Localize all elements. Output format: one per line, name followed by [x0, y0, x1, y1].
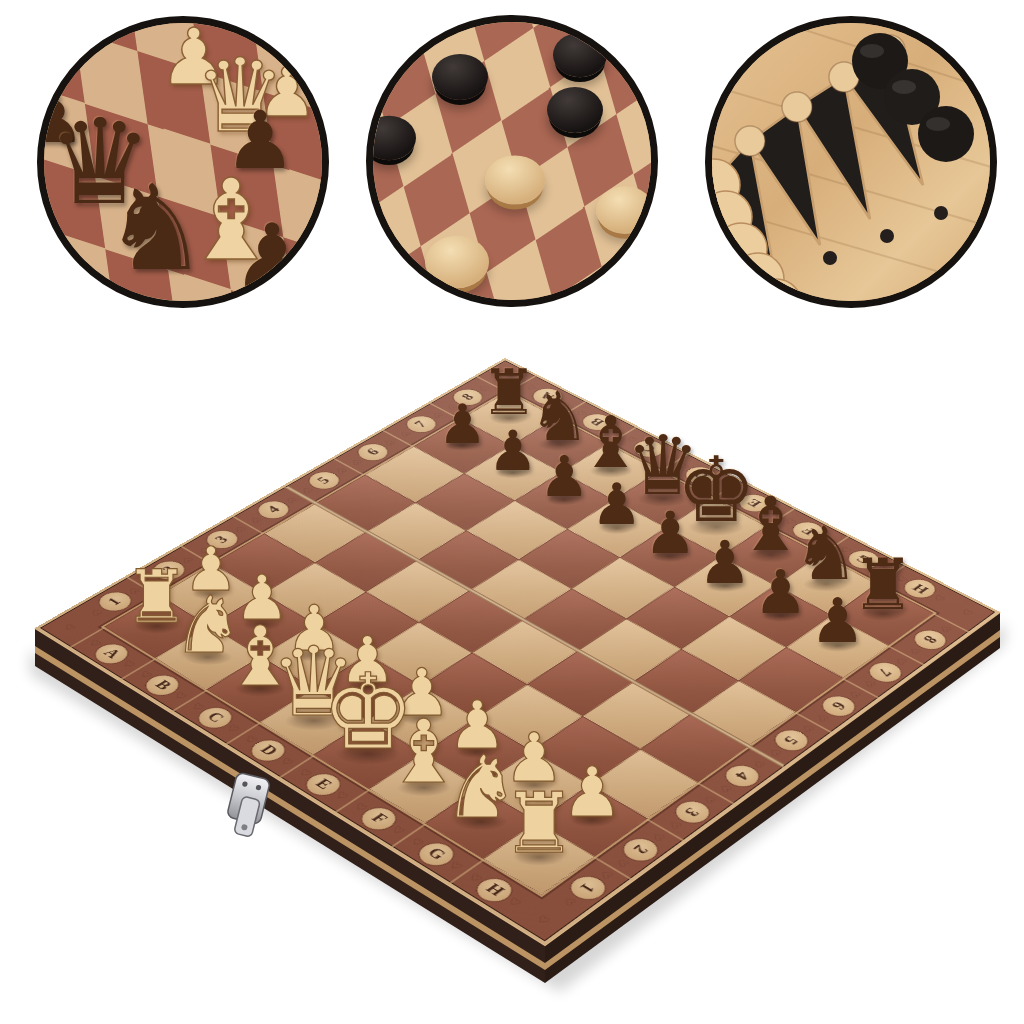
heart-motif: ♡: [87, 607, 104, 617]
heart-motif: ♡: [560, 895, 579, 907]
heart-motif: ♡: [931, 593, 947, 603]
heart-motif: ♡: [959, 608, 975, 618]
heart-motif: ♡: [120, 659, 137, 670]
heart-motif: ♡: [613, 856, 631, 868]
heart-motif: ♡: [171, 690, 189, 701]
heart-motif: ♡: [649, 831, 667, 843]
heart-motif: ♡: [711, 480, 727, 489]
heart-motif: ♡: [333, 466, 349, 475]
heart-motif: ♡: [61, 622, 78, 632]
heart-motif: ♡: [596, 869, 614, 881]
product-photo: ♟♟♛♟♟♛♝♞♟: [0, 0, 1024, 1024]
heart-motif: ♡: [381, 438, 397, 447]
heart-motif: ♡: [814, 712, 831, 723]
heart-motif: ♡: [906, 645, 923, 655]
heart-motif: ♡: [282, 495, 298, 504]
heart-motif: ♡: [142, 576, 159, 586]
heart-motif: ♡: [819, 535, 835, 544]
heart-motif: ♡: [195, 545, 212, 555]
heart-motif: ♡: [716, 782, 734, 793]
heart-motif: ♡: [397, 429, 413, 438]
heart-motif: ♡: [444, 402, 460, 411]
heart-motif: ♡: [476, 384, 491, 392]
heart-motif: ♡: [248, 515, 264, 524]
heart-motif: ♡: [333, 790, 351, 802]
heart-motif: ♡: [534, 913, 553, 925]
heart-motif: ♡: [447, 860, 465, 872]
heart-motif: ♡: [750, 758, 768, 769]
heart-motif: ♡: [556, 400, 571, 409]
heart-motif: ♡: [658, 453, 674, 462]
heart-motif: ♡: [607, 426, 622, 435]
heart-motif: ♡: [125, 586, 142, 596]
heart-motif: ♡: [665, 819, 683, 831]
heart-motif: ♡: [764, 507, 780, 516]
heart-motif: ♡: [505, 896, 524, 908]
heart-motif: ♡: [861, 678, 878, 688]
heart-motif: ♡: [278, 756, 296, 767]
heart-motif: ♡: [389, 824, 407, 836]
heart-motif: ♡: [846, 689, 863, 700]
heart-motif: ♡: [874, 564, 890, 574]
heart-motif: ♡: [224, 723, 242, 734]
heart-motif: ♡: [700, 794, 718, 805]
heart-motif: ♡: [348, 457, 364, 466]
heart-motif: ♡: [499, 370, 514, 378]
heart-motif: ♡: [179, 555, 196, 565]
heart-motif: ♡: [231, 524, 247, 533]
